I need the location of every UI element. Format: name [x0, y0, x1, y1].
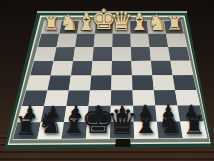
- piece-black-bishop[interactable]: ♝: [132, 107, 160, 139]
- piece-white-rook[interactable]: ♜: [43, 15, 60, 34]
- chessboard-photo-scene: ♜♞♝♚♛♝♞♜♟♟♟♟♟♟♟♟♜♞♝♚♛♝♞♜: [0, 0, 214, 161]
- piece-black-knight[interactable]: ♞: [157, 109, 183, 138]
- piece-black-rook[interactable]: ♜: [15, 113, 38, 138]
- piece-white-rook[interactable]: ♜: [166, 15, 183, 34]
- piece-black-rook[interactable]: ♜: [183, 112, 206, 137]
- piece-white-knight[interactable]: ♞: [147, 12, 166, 34]
